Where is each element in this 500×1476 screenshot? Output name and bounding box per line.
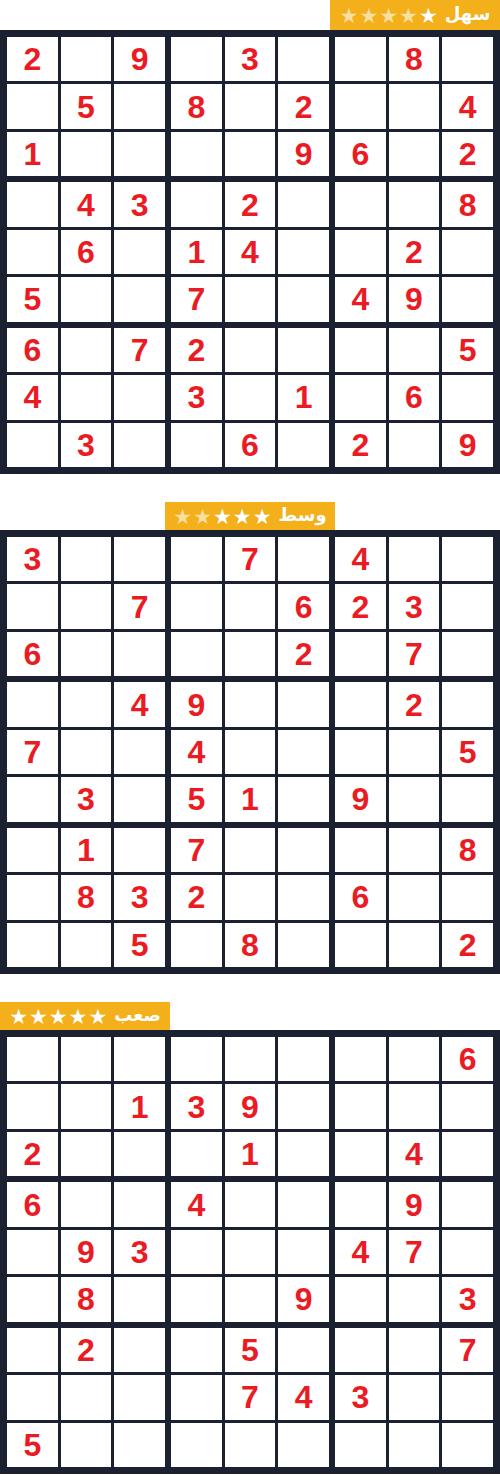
cell-r6c3[interactable] <box>114 1277 165 1321</box>
cell-r8c5[interactable] <box>225 875 276 919</box>
cell-r1c1[interactable] <box>7 1037 58 1081</box>
cell-r4c6[interactable] <box>278 1182 329 1226</box>
cell-r4c8[interactable]: 2 <box>389 682 440 726</box>
cell-r9c9[interactable] <box>442 1423 493 1467</box>
cell-r2c3[interactable]: 1 <box>114 1084 165 1128</box>
cell-r7c4[interactable] <box>171 1328 222 1372</box>
given-digit: 2 <box>459 138 477 170</box>
cell-r9c5[interactable]: 8 <box>225 923 276 967</box>
cell-r2c2[interactable]: 5 <box>61 84 112 128</box>
given-digit: 5 <box>241 1334 259 1366</box>
cell-r6c4[interactable]: 5 <box>171 777 222 821</box>
given-digit: 6 <box>405 381 423 413</box>
cell-r3c4[interactable] <box>171 132 222 176</box>
cell-r2c1[interactable] <box>7 84 58 128</box>
cell-r2c5[interactable] <box>225 84 276 128</box>
cell-r8c4[interactable]: 3 <box>171 375 222 419</box>
cell-r3c9[interactable] <box>442 632 493 676</box>
given-digit: 8 <box>77 881 95 913</box>
cell-r6c8[interactable] <box>389 1277 440 1321</box>
cell-r3c1[interactable]: 6 <box>7 632 58 676</box>
given-digit: 9 <box>351 783 369 815</box>
cell-r8c4[interactable] <box>171 1375 222 1419</box>
cell-r5c9[interactable]: 5 <box>442 730 493 774</box>
cell-r9c7[interactable] <box>335 1423 386 1467</box>
cell-r1c6[interactable] <box>278 1037 329 1081</box>
cell-r3c6[interactable]: 9 <box>278 132 329 176</box>
cell-r4c9[interactable]: 8 <box>442 182 493 226</box>
star-icon: ★ <box>173 506 192 527</box>
cell-r5c6[interactable] <box>278 1230 329 1274</box>
cell-r4c5[interactable] <box>225 1182 276 1226</box>
cell-r4c6[interactable] <box>278 182 329 226</box>
cell-r3c9[interactable]: 2 <box>442 132 493 176</box>
cell-r1c6[interactable] <box>278 537 329 581</box>
cell-r4c2[interactable] <box>61 1182 112 1226</box>
given-digit: 2 <box>187 881 205 913</box>
cell-r3c2[interactable] <box>61 132 112 176</box>
given-digit: 9 <box>187 689 205 721</box>
cell-r9c9[interactable]: 9 <box>442 423 493 467</box>
cell-r2c4[interactable] <box>171 584 222 628</box>
cell-r2c4[interactable]: 3 <box>171 1084 222 1128</box>
given-digit: 7 <box>187 283 205 315</box>
cell-r8c6[interactable]: 4 <box>278 1375 329 1419</box>
cell-r4c8[interactable] <box>389 182 440 226</box>
cell-r8c1[interactable] <box>7 875 58 919</box>
cell-r1c5[interactable]: 3 <box>225 37 276 81</box>
cell-r9c3[interactable] <box>114 423 165 467</box>
given-digit: 8 <box>187 91 205 123</box>
cell-r2c1[interactable] <box>7 584 58 628</box>
cell-r3c5[interactable] <box>225 132 276 176</box>
star-icon: ★ <box>359 5 378 26</box>
cell-r7c3[interactable] <box>114 1328 165 1372</box>
given-digit: 3 <box>77 783 95 815</box>
cell-r4c7[interactable] <box>335 1182 386 1226</box>
cell-r4c6[interactable] <box>278 682 329 726</box>
cell-r7c4[interactable]: 7 <box>171 828 222 872</box>
given-digit: 6 <box>23 334 41 366</box>
cell-r7c2[interactable]: 2 <box>61 1328 112 1372</box>
cell-r3c7[interactable]: 6 <box>335 132 386 176</box>
cell-r9c8[interactable] <box>389 1423 440 1467</box>
cell-r3c8[interactable]: 4 <box>389 1132 440 1176</box>
cell-r1c3[interactable] <box>114 1037 165 1081</box>
cell-r5c1[interactable] <box>7 1230 58 1274</box>
given-digit: 4 <box>351 543 369 575</box>
cell-r9c4[interactable] <box>171 923 222 967</box>
given-digit: 8 <box>77 1283 95 1315</box>
cell-r4c4[interactable]: 9 <box>171 682 222 726</box>
cell-r4c7[interactable] <box>335 682 386 726</box>
cell-r9c3[interactable]: 5 <box>114 923 165 967</box>
cell-r4c8[interactable]: 9 <box>389 1182 440 1226</box>
cell-r8c2[interactable]: 8 <box>61 875 112 919</box>
cell-r1c4[interactable] <box>171 37 222 81</box>
cell-r7c1[interactable] <box>7 1328 58 1372</box>
cell-r8c5[interactable]: 7 <box>225 1375 276 1419</box>
cell-r6c7[interactable]: 9 <box>335 777 386 821</box>
cell-r9c2[interactable]: 3 <box>61 423 112 467</box>
cell-r6c9[interactable] <box>442 777 493 821</box>
cell-r4c4[interactable]: 4 <box>171 1182 222 1226</box>
given-digit: 9 <box>295 1283 313 1315</box>
sudoku-block-5: 49 <box>171 1182 329 1321</box>
cell-r7c1[interactable] <box>7 828 58 872</box>
cell-r1c3[interactable]: 9 <box>114 37 165 81</box>
cell-r4c9[interactable] <box>442 1182 493 1226</box>
cell-r2c7[interactable]: 2 <box>335 584 386 628</box>
cell-r8c4[interactable]: 2 <box>171 875 222 919</box>
cell-r7c9[interactable]: 7 <box>442 1328 493 1372</box>
cell-r9c6[interactable] <box>278 1423 329 1467</box>
cell-r6c4[interactable] <box>171 1277 222 1321</box>
given-digit: 8 <box>241 929 259 961</box>
cell-r4c3[interactable] <box>114 1182 165 1226</box>
cell-r8c1[interactable] <box>7 1375 58 1419</box>
given-digit: 9 <box>405 283 423 315</box>
cell-r5c1[interactable] <box>7 230 58 274</box>
cell-r1c9[interactable]: 6 <box>442 1037 493 1081</box>
cell-r2c4[interactable]: 8 <box>171 84 222 128</box>
cell-r6c2[interactable]: 8 <box>61 1277 112 1321</box>
cell-r3c9[interactable] <box>442 1132 493 1176</box>
cell-r5c2[interactable]: 9 <box>61 1230 112 1274</box>
given-digit: 4 <box>459 91 477 123</box>
cell-r5c4[interactable]: 1 <box>171 230 222 274</box>
star-icon: ★ <box>340 5 359 26</box>
cell-r3c6[interactable] <box>278 1132 329 1176</box>
cell-r6c8[interactable]: 9 <box>389 277 440 321</box>
cell-r6c6[interactable] <box>278 277 329 321</box>
given-digit: 8 <box>405 43 423 75</box>
cell-r2c5[interactable] <box>225 584 276 628</box>
cell-r5c7[interactable] <box>335 230 386 274</box>
cell-r1c8[interactable] <box>389 1037 440 1081</box>
cell-r5c2[interactable] <box>61 730 112 774</box>
cell-r7c4[interactable]: 2 <box>171 328 222 372</box>
cell-r3c5[interactable] <box>225 632 276 676</box>
cell-r9c7[interactable]: 2 <box>335 423 386 467</box>
cell-r6c2[interactable] <box>61 277 112 321</box>
cell-r3c7[interactable] <box>335 1132 386 1176</box>
cell-r1c6[interactable] <box>278 37 329 81</box>
cell-r2c1[interactable] <box>7 1084 58 1128</box>
cell-r5c7[interactable] <box>335 730 386 774</box>
cell-r2c8[interactable] <box>389 84 440 128</box>
cell-r4c5[interactable] <box>225 682 276 726</box>
cell-r8c9[interactable] <box>442 875 493 919</box>
cell-r6c5[interactable] <box>225 277 276 321</box>
star-icon: ★ <box>213 506 232 527</box>
given-digit: 5 <box>459 334 477 366</box>
cell-r2c3[interactable]: 7 <box>114 584 165 628</box>
difficulty-banner-hard: ★★★★★ صعب <box>0 1002 170 1030</box>
cell-r6c5[interactable] <box>225 1277 276 1321</box>
cell-r4c1[interactable] <box>7 682 58 726</box>
cell-r1c5[interactable]: 7 <box>225 537 276 581</box>
cell-r8c6[interactable] <box>278 875 329 919</box>
cell-r5c5[interactable] <box>225 730 276 774</box>
cell-r5c8[interactable]: 2 <box>389 230 440 274</box>
cell-r7c5[interactable] <box>225 328 276 372</box>
cell-r7c8[interactable] <box>389 1328 440 1372</box>
cell-r8c9[interactable] <box>442 1375 493 1419</box>
cell-r4c5[interactable]: 2 <box>225 182 276 226</box>
cell-r6c1[interactable]: 5 <box>7 277 58 321</box>
cell-r9c4[interactable] <box>171 1423 222 1467</box>
given-digit: 6 <box>23 638 41 670</box>
cell-r9c3[interactable] <box>114 1423 165 1467</box>
cell-r6c6[interactable] <box>278 777 329 821</box>
cell-r1c4[interactable] <box>171 537 222 581</box>
cell-r3c3[interactable] <box>114 1132 165 1176</box>
cell-r8c5[interactable] <box>225 375 276 419</box>
cell-r5c1[interactable]: 7 <box>7 730 58 774</box>
cell-r8c3[interactable]: 3 <box>114 875 165 919</box>
cell-r4c1[interactable]: 6 <box>7 1182 58 1226</box>
given-digit: 3 <box>187 1091 205 1123</box>
cell-r2c6[interactable]: 2 <box>278 84 329 128</box>
given-digit: 6 <box>351 881 369 913</box>
cell-r2c5[interactable]: 9 <box>225 1084 276 1128</box>
cell-r1c1[interactable]: 2 <box>7 37 58 81</box>
sudoku-block-7: 6743 <box>7 328 165 467</box>
cell-r8c3[interactable] <box>114 375 165 419</box>
cell-r4c3[interactable]: 4 <box>114 682 165 726</box>
cell-r3c4[interactable] <box>171 632 222 676</box>
cell-r2c8[interactable]: 3 <box>389 584 440 628</box>
cell-r4c3[interactable]: 3 <box>114 182 165 226</box>
cell-r8c2[interactable] <box>61 1375 112 1419</box>
cell-r8c7[interactable] <box>335 375 386 419</box>
cell-r1c9[interactable] <box>442 537 493 581</box>
cell-r5c9[interactable] <box>442 230 493 274</box>
cell-r7c9[interactable]: 8 <box>442 828 493 872</box>
cell-r6c9[interactable] <box>442 277 493 321</box>
cell-r7c8[interactable] <box>389 328 440 372</box>
sudoku-block-4: 6938 <box>7 1182 165 1321</box>
cell-r9c5[interactable]: 6 <box>225 423 276 467</box>
cell-r5c3[interactable]: 3 <box>114 1230 165 1274</box>
cell-r8c9[interactable] <box>442 375 493 419</box>
cell-r7c9[interactable]: 5 <box>442 328 493 372</box>
cell-r7c6[interactable] <box>278 828 329 872</box>
sudoku-block-3: 4237 <box>335 537 493 676</box>
cell-r7c3[interactable] <box>114 828 165 872</box>
cell-r2c2[interactable] <box>61 584 112 628</box>
cell-r9c8[interactable] <box>389 423 440 467</box>
given-digit: 3 <box>77 429 95 461</box>
cell-r2c2[interactable] <box>61 1084 112 1128</box>
cell-r1c2[interactable] <box>61 1037 112 1081</box>
cell-r2c6[interactable]: 6 <box>278 584 329 628</box>
sudoku-grid-medium: 376762423747394512591835728862 <box>0 530 500 974</box>
cell-r2c6[interactable] <box>278 1084 329 1128</box>
cell-r1c7[interactable]: 4 <box>335 537 386 581</box>
given-digit: 2 <box>459 929 477 961</box>
cell-r9c6[interactable] <box>278 923 329 967</box>
cell-r4c2[interactable] <box>61 682 112 726</box>
given-digit: 4 <box>351 283 369 315</box>
cell-r3c6[interactable]: 2 <box>278 632 329 676</box>
cell-r3c1[interactable]: 1 <box>7 132 58 176</box>
star-icon: ★ <box>69 1006 88 1027</box>
sudoku-block-8: 574 <box>171 1328 329 1467</box>
cell-r1c8[interactable]: 8 <box>389 37 440 81</box>
cell-r8c8[interactable] <box>389 875 440 919</box>
cell-r6c1[interactable] <box>7 777 58 821</box>
cell-r6c7[interactable]: 4 <box>335 277 386 321</box>
cell-r9c6[interactable] <box>278 423 329 467</box>
cell-r1c2[interactable] <box>61 37 112 81</box>
cell-r1c7[interactable] <box>335 1037 386 1081</box>
given-digit: 3 <box>241 43 259 75</box>
cell-r5c8[interactable]: 7 <box>389 1230 440 1274</box>
cell-r8c8[interactable] <box>389 1375 440 1419</box>
sudoku-block-5: 9451 <box>171 682 329 821</box>
cell-r2c3[interactable] <box>114 84 165 128</box>
cell-r6c3[interactable] <box>114 277 165 321</box>
cell-r1c4[interactable] <box>171 1037 222 1081</box>
cell-r5c5[interactable]: 4 <box>225 230 276 274</box>
cell-r6c1[interactable] <box>7 1277 58 1321</box>
cell-r9c1[interactable] <box>7 923 58 967</box>
cell-r8c7[interactable]: 6 <box>335 875 386 919</box>
cell-r5c4[interactable] <box>171 1230 222 1274</box>
cell-r1c2[interactable] <box>61 537 112 581</box>
cell-r3c3[interactable] <box>114 632 165 676</box>
cell-r1c7[interactable] <box>335 37 386 81</box>
given-digit: 5 <box>23 283 41 315</box>
cell-r3c5[interactable]: 1 <box>225 1132 276 1176</box>
cell-r9c8[interactable] <box>389 923 440 967</box>
cell-r6c7[interactable] <box>335 1277 386 1321</box>
cell-r7c2[interactable] <box>61 328 112 372</box>
given-digit: 9 <box>405 1189 423 1221</box>
star-icon: ★ <box>419 5 438 26</box>
star-icon: ★ <box>9 1006 28 1027</box>
cell-r6c9[interactable]: 3 <box>442 1277 493 1321</box>
cell-r4c9[interactable] <box>442 682 493 726</box>
cell-r7c7[interactable] <box>335 328 386 372</box>
cell-r3c8[interactable]: 7 <box>389 632 440 676</box>
sudoku-page: ★★★★★ سهل 295138298462436521478249674323… <box>0 0 500 1476</box>
cell-r5c8[interactable] <box>389 730 440 774</box>
difficulty-stars-easy: ★★★★★ <box>340 5 438 26</box>
cell-r9c1[interactable]: 5 <box>7 1423 58 1467</box>
cell-r7c3[interactable]: 7 <box>114 328 165 372</box>
cell-r3c2[interactable] <box>61 1132 112 1176</box>
cell-r7c5[interactable]: 5 <box>225 1328 276 1372</box>
cell-r1c8[interactable] <box>389 537 440 581</box>
given-digit: 1 <box>295 381 313 413</box>
cell-r3c4[interactable] <box>171 1132 222 1176</box>
given-digit: 6 <box>351 138 369 170</box>
cell-r9c2[interactable] <box>61 1423 112 1467</box>
cell-r5c4[interactable]: 4 <box>171 730 222 774</box>
cell-r6c8[interactable] <box>389 777 440 821</box>
cell-r6c6[interactable]: 9 <box>278 1277 329 1321</box>
cell-r8c3[interactable] <box>114 1375 165 1419</box>
cell-r7c1[interactable]: 6 <box>7 328 58 372</box>
cell-r8c6[interactable]: 1 <box>278 375 329 419</box>
cell-r9c9[interactable]: 2 <box>442 923 493 967</box>
cell-r7c7[interactable] <box>335 828 386 872</box>
given-digit: 7 <box>131 591 149 623</box>
cell-r8c1[interactable]: 4 <box>7 375 58 419</box>
cell-r3c8[interactable] <box>389 132 440 176</box>
cell-r6c4[interactable]: 7 <box>171 277 222 321</box>
cell-r3c1[interactable]: 2 <box>7 1132 58 1176</box>
cell-r2c9[interactable] <box>442 1084 493 1128</box>
cell-r9c7[interactable] <box>335 923 386 967</box>
given-digit: 2 <box>405 689 423 721</box>
given-digit: 2 <box>351 429 369 461</box>
given-digit: 7 <box>187 834 205 866</box>
cell-r8c8[interactable]: 6 <box>389 375 440 419</box>
cell-r7c6[interactable] <box>278 328 329 372</box>
cell-r2c9[interactable] <box>442 584 493 628</box>
cell-r2c7[interactable] <box>335 1084 386 1128</box>
cell-r6c5[interactable]: 1 <box>225 777 276 821</box>
difficulty-label-hard: صعب <box>114 1006 161 1027</box>
cell-r1c9[interactable] <box>442 37 493 81</box>
cell-r2c9[interactable]: 4 <box>442 84 493 128</box>
cell-r7c5[interactable] <box>225 828 276 872</box>
given-digit: 6 <box>23 1189 41 1221</box>
cell-r5c7[interactable]: 4 <box>335 1230 386 1274</box>
given-digit: 7 <box>23 736 41 768</box>
cell-r2c8[interactable] <box>389 1084 440 1128</box>
cell-r8c7[interactable]: 3 <box>335 1375 386 1419</box>
cell-r7c8[interactable] <box>389 828 440 872</box>
cell-r2c7[interactable] <box>335 84 386 128</box>
cell-r9c2[interactable] <box>61 923 112 967</box>
given-digit: 5 <box>131 929 149 961</box>
cell-r5c6[interactable] <box>278 230 329 274</box>
cell-r9c1[interactable] <box>7 423 58 467</box>
cell-r4c1[interactable] <box>7 182 58 226</box>
cell-r1c1[interactable]: 3 <box>7 537 58 581</box>
cell-r1c5[interactable] <box>225 1037 276 1081</box>
cell-r7c7[interactable] <box>335 1328 386 1372</box>
cell-r4c2[interactable]: 4 <box>61 182 112 226</box>
cell-r8c2[interactable] <box>61 375 112 419</box>
cell-r7c2[interactable]: 1 <box>61 828 112 872</box>
cell-r4c4[interactable] <box>171 182 222 226</box>
cell-r9c5[interactable] <box>225 1423 276 1467</box>
cell-r5c2[interactable]: 6 <box>61 230 112 274</box>
sudoku-block-2: 3829 <box>171 37 329 176</box>
cell-r5c3[interactable] <box>114 730 165 774</box>
cell-r4c7[interactable] <box>335 182 386 226</box>
cell-r1c3[interactable] <box>114 537 165 581</box>
cell-r5c5[interactable] <box>225 1230 276 1274</box>
given-digit: 6 <box>459 1043 477 1075</box>
cell-r6c2[interactable]: 3 <box>61 777 112 821</box>
cell-r5c9[interactable] <box>442 1230 493 1274</box>
cell-r3c7[interactable] <box>335 632 386 676</box>
cell-r3c3[interactable] <box>114 132 165 176</box>
cell-r3c2[interactable] <box>61 632 112 676</box>
cell-r6c3[interactable] <box>114 777 165 821</box>
cell-r5c6[interactable] <box>278 730 329 774</box>
cell-r7c6[interactable] <box>278 1328 329 1372</box>
cell-r9c4[interactable] <box>171 423 222 467</box>
cell-r5c3[interactable] <box>114 230 165 274</box>
